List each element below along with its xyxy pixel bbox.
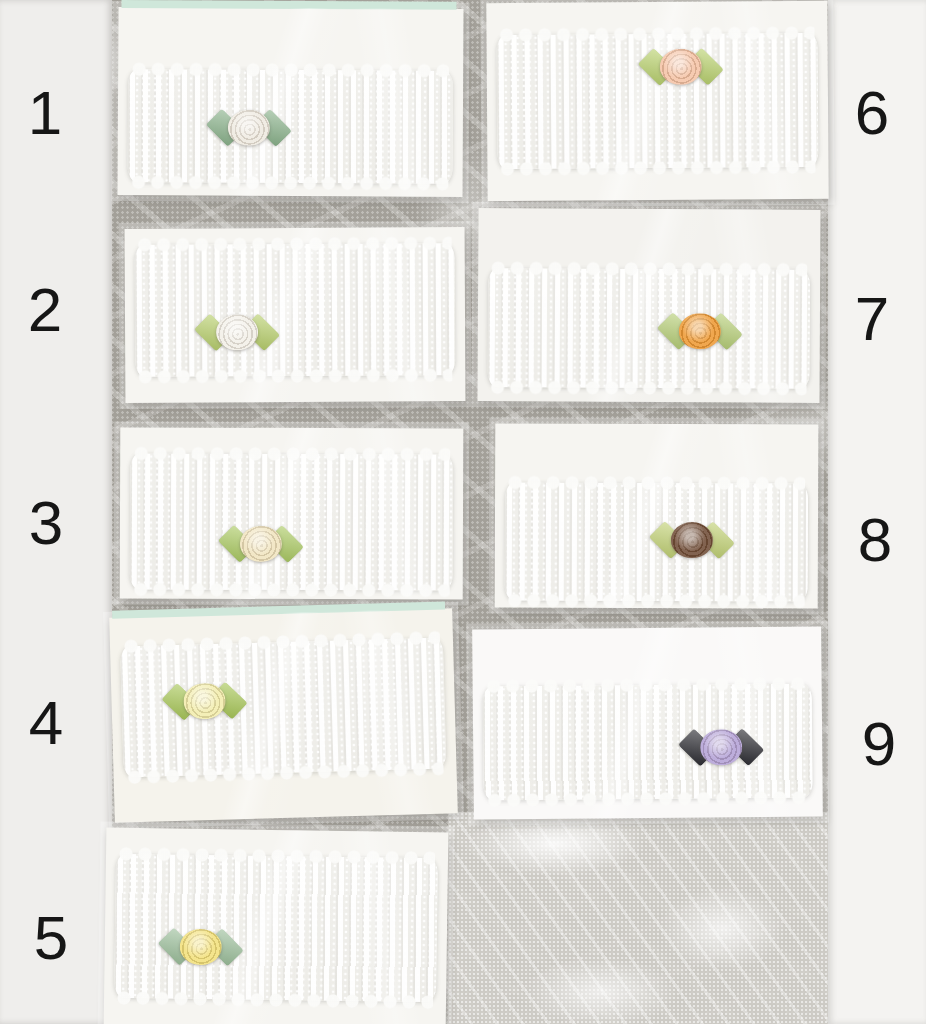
ribbon-rose: [679, 313, 721, 349]
product-card-3: [120, 427, 464, 599]
item-number-7: 7: [855, 288, 889, 350]
item-number-3: 3: [29, 492, 63, 554]
ribbon-rose-group: [685, 729, 757, 766]
ribbon-rose-group: [645, 49, 717, 86]
lace-trim: [114, 854, 437, 1002]
ribbon-rose: [671, 522, 713, 558]
ribbon-rose-group: [224, 526, 296, 562]
ribbon-rose-group: [201, 315, 273, 351]
ribbon-rose-group: [168, 682, 241, 720]
ribbon-rose-group: [656, 522, 728, 558]
product-card-5: [104, 828, 449, 1024]
ribbon-rose: [228, 110, 270, 146]
ribbon-rose-group: [213, 110, 285, 146]
product-card-4: [109, 608, 458, 822]
product-card-6: [486, 1, 828, 201]
ribbon-rose: [700, 729, 742, 765]
light-tulle-background: [448, 812, 830, 1024]
ribbon-rose: [660, 49, 702, 85]
product-card-8: [495, 423, 819, 608]
product-card-2: [125, 227, 466, 403]
ribbon-rose-group: [164, 928, 236, 965]
lace-trim: [128, 69, 453, 183]
item-number-9: 9: [862, 713, 896, 775]
lace-trim: [135, 243, 455, 377]
ribbon-rose: [239, 526, 281, 562]
product-card-1: [118, 7, 464, 197]
item-number-6: 6: [855, 82, 889, 144]
item-number-1: 1: [28, 82, 62, 144]
ribbon-rose: [216, 315, 258, 351]
item-number-2: 2: [28, 279, 62, 341]
lace-trim: [488, 268, 810, 389]
product-photo: 1 2 3 4 5 6 7 8 9: [0, 0, 926, 1024]
ribbon-rose-group: [664, 313, 736, 349]
product-card-7: [477, 208, 820, 403]
ribbon-rose: [183, 683, 226, 720]
item-number-8: 8: [858, 509, 892, 571]
lace-trim: [130, 453, 453, 591]
lace-trim: [483, 684, 812, 801]
product-card-9: [472, 626, 823, 819]
item-number-5: 5: [34, 907, 68, 969]
item-number-4: 4: [29, 692, 63, 754]
ribbon-rose: [179, 929, 221, 966]
